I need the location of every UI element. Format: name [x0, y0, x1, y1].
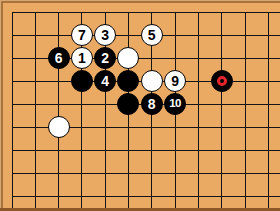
stone-black-circled	[211, 70, 233, 92]
intersection	[0, 139, 23, 162]
intersection	[0, 47, 23, 70]
intersection	[94, 1, 117, 24]
intersection	[163, 24, 186, 47]
intersection	[163, 139, 186, 162]
intersection	[233, 93, 256, 116]
intersection: 5	[140, 24, 163, 47]
intersection	[140, 70, 163, 93]
intersection	[24, 70, 47, 93]
intersection	[257, 70, 280, 93]
intersection	[187, 47, 210, 70]
stone-white-1: 1	[71, 47, 93, 69]
intersection	[140, 185, 163, 208]
intersection	[257, 93, 280, 116]
stone-white-5: 5	[141, 24, 163, 46]
stone-black	[71, 70, 93, 92]
intersection	[24, 47, 47, 70]
stone-black	[117, 70, 139, 92]
intersection	[24, 139, 47, 162]
frame-left-edge	[1, 1, 3, 208]
intersection	[233, 70, 256, 93]
intersection	[70, 139, 93, 162]
intersection: 7	[70, 24, 93, 47]
move-number: 8	[148, 97, 156, 111]
intersection	[210, 162, 233, 185]
intersection	[163, 185, 186, 208]
intersection: 6	[47, 47, 70, 70]
intersection	[47, 24, 70, 47]
intersection	[47, 1, 70, 24]
intersection	[94, 162, 117, 185]
move-number: 2	[101, 51, 109, 65]
go-board: 73561249810	[0, 1, 280, 208]
go-diagram: 73561249810	[0, 0, 280, 211]
stone-white	[117, 47, 139, 69]
intersection: 10	[163, 93, 186, 116]
move-number: 9	[171, 74, 179, 88]
stone-white-7: 7	[71, 24, 93, 46]
move-number: 3	[101, 28, 109, 42]
intersection	[117, 47, 140, 70]
intersection: 8	[140, 93, 163, 116]
intersection	[257, 116, 280, 139]
intersection	[187, 24, 210, 47]
intersection	[257, 1, 280, 24]
intersection: 1	[70, 47, 93, 70]
stone-black-4: 4	[94, 70, 116, 92]
intersection	[117, 70, 140, 93]
intersection	[257, 185, 280, 208]
intersection	[187, 70, 210, 93]
intersection	[163, 47, 186, 70]
intersection	[187, 185, 210, 208]
circle-mark-icon	[217, 76, 227, 86]
intersection	[47, 93, 70, 116]
stone-black	[117, 93, 139, 115]
intersection	[117, 139, 140, 162]
intersection	[24, 162, 47, 185]
intersection	[233, 47, 256, 70]
intersection	[210, 185, 233, 208]
intersection	[70, 116, 93, 139]
intersection	[47, 139, 70, 162]
intersection	[0, 162, 23, 185]
intersection	[210, 24, 233, 47]
stone-white	[48, 116, 70, 138]
intersection	[233, 24, 256, 47]
move-number: 6	[55, 51, 63, 65]
intersection	[47, 185, 70, 208]
intersection	[210, 47, 233, 70]
intersection	[187, 93, 210, 116]
intersection	[163, 162, 186, 185]
intersection	[233, 116, 256, 139]
intersection	[24, 24, 47, 47]
intersection	[187, 162, 210, 185]
stone-white	[141, 70, 163, 92]
move-number: 4	[101, 74, 109, 88]
intersection	[233, 162, 256, 185]
intersection	[117, 1, 140, 24]
intersection	[210, 116, 233, 139]
intersection	[24, 116, 47, 139]
intersection	[187, 139, 210, 162]
intersection	[233, 139, 256, 162]
intersection	[140, 139, 163, 162]
intersection	[163, 116, 186, 139]
move-number: 5	[148, 28, 156, 42]
intersection	[24, 93, 47, 116]
intersection: 2	[94, 47, 117, 70]
intersection	[117, 24, 140, 47]
intersection	[257, 162, 280, 185]
intersection	[187, 116, 210, 139]
intersection	[94, 139, 117, 162]
stone-black-10: 10	[164, 93, 186, 115]
stone-black-2: 2	[94, 47, 116, 69]
intersection	[117, 116, 140, 139]
intersection: 3	[94, 24, 117, 47]
stone-black-6: 6	[48, 47, 70, 69]
intersection	[47, 162, 70, 185]
intersection	[210, 93, 233, 116]
intersection	[94, 116, 117, 139]
intersection	[0, 185, 23, 208]
intersection	[70, 162, 93, 185]
intersection: 9	[163, 70, 186, 93]
intersection	[0, 93, 23, 116]
intersection	[163, 1, 186, 24]
intersection	[117, 162, 140, 185]
intersection	[233, 1, 256, 24]
intersection	[94, 93, 117, 116]
intersection	[210, 139, 233, 162]
intersection	[70, 93, 93, 116]
intersection	[94, 185, 117, 208]
intersection	[47, 116, 70, 139]
intersection	[117, 93, 140, 116]
intersection: 4	[94, 70, 117, 93]
intersection	[140, 162, 163, 185]
intersection	[257, 139, 280, 162]
intersection	[140, 1, 163, 24]
move-number: 7	[78, 28, 86, 42]
intersection	[257, 47, 280, 70]
intersection	[0, 70, 23, 93]
intersection	[257, 24, 280, 47]
intersection	[24, 185, 47, 208]
intersection	[210, 70, 233, 93]
stone-white-3: 3	[94, 24, 116, 46]
intersection	[187, 1, 210, 24]
intersection	[140, 47, 163, 70]
move-number: 1	[78, 51, 86, 65]
move-number: 10	[169, 98, 181, 110]
intersection	[47, 70, 70, 93]
stone-white-9: 9	[164, 70, 186, 92]
frame-top-edge	[0, 1, 280, 3]
intersection	[233, 185, 256, 208]
intersection	[24, 1, 47, 24]
stone-black-8: 8	[141, 93, 163, 115]
intersection	[0, 116, 23, 139]
frame-bottom-edge	[0, 208, 280, 211]
intersection	[70, 1, 93, 24]
intersection	[210, 1, 233, 24]
intersection	[140, 116, 163, 139]
intersection	[0, 24, 23, 47]
intersection	[117, 185, 140, 208]
intersection	[70, 70, 93, 93]
intersection	[0, 1, 23, 24]
intersection	[70, 185, 93, 208]
